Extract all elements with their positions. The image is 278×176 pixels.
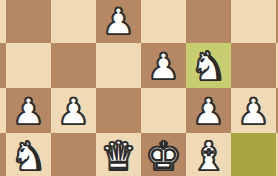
square-c2[interactable]: ♟ (51, 88, 96, 133)
chess-board-viewport: ♟♟♞♟♟♟♟♜♞♛♚♝ (0, 0, 278, 176)
square-f3[interactable]: ♞ (186, 43, 231, 88)
square-d4[interactable]: ♟ (96, 0, 141, 43)
square-g1[interactable] (231, 133, 276, 176)
white-pawn-f2[interactable]: ♟ (192, 89, 224, 134)
square-b1[interactable]: ♞ (6, 133, 51, 176)
square-b3[interactable] (6, 43, 51, 88)
chess-board: ♟♟♞♟♟♟♟♜♞♛♚♝ (0, 0, 278, 176)
white-pawn-d4[interactable]: ♟ (102, 0, 134, 44)
square-c1[interactable] (51, 133, 96, 176)
square-g4[interactable] (231, 0, 276, 43)
square-h2[interactable] (276, 88, 278, 133)
square-f4[interactable] (186, 0, 231, 43)
square-d2[interactable] (96, 88, 141, 133)
square-b2[interactable]: ♟ (6, 88, 51, 133)
square-c3[interactable] (51, 43, 96, 88)
square-e3[interactable]: ♟ (141, 43, 186, 88)
square-e2[interactable] (141, 88, 186, 133)
white-knight-f3[interactable]: ♞ (191, 44, 227, 89)
white-knight-b1[interactable]: ♞ (11, 134, 47, 176)
square-h4[interactable] (276, 0, 278, 43)
white-rook-a1[interactable]: ♜ (0, 134, 1, 176)
square-h1[interactable] (276, 133, 278, 176)
square-g3[interactable] (231, 43, 276, 88)
white-pawn-e3[interactable]: ♟ (147, 44, 179, 89)
square-f2[interactable]: ♟ (186, 88, 231, 133)
white-pawn-g2[interactable]: ♟ (237, 89, 269, 134)
square-e4[interactable] (141, 0, 186, 43)
white-pawn-b2[interactable]: ♟ (12, 89, 44, 134)
square-e1[interactable]: ♚ (141, 133, 186, 176)
white-king-e1[interactable]: ♚ (146, 134, 182, 176)
square-d1[interactable]: ♛ (96, 133, 141, 176)
square-b4[interactable] (6, 0, 51, 43)
white-queen-d1[interactable]: ♛ (101, 134, 137, 176)
square-c4[interactable] (51, 0, 96, 43)
square-g2[interactable]: ♟ (231, 88, 276, 133)
white-bishop-f1[interactable]: ♝ (191, 134, 227, 176)
square-h3[interactable] (276, 43, 278, 88)
square-d3[interactable] (96, 43, 141, 88)
white-pawn-c2[interactable]: ♟ (57, 89, 89, 134)
square-f1[interactable]: ♝ (186, 133, 231, 176)
